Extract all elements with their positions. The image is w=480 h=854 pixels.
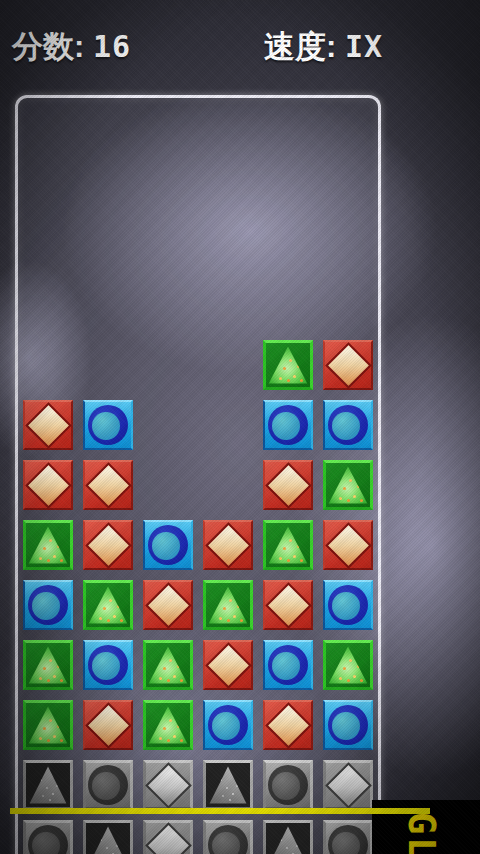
tile-red-diamond-r3c5[interactable] <box>323 520 373 570</box>
tile-blue-circle-r5c1[interactable] <box>83 640 133 690</box>
gray-circle-shape <box>208 825 248 854</box>
red-diamond-shape <box>25 402 72 449</box>
blue-circle-shape <box>88 405 128 445</box>
green-triangle-shape <box>267 345 309 385</box>
tile-gray-circle-r8c5 <box>323 820 373 854</box>
tile-green-triangle-r5c5[interactable] <box>323 640 373 690</box>
speed-display: 速度: IX <box>264 26 383 68</box>
score-value: 16 <box>93 29 131 64</box>
tile-green-triangle-r0c4[interactable] <box>263 340 313 390</box>
tile-gray-diamond-r8c2 <box>143 820 193 854</box>
red-diamond-shape <box>205 522 252 569</box>
red-diamond-shape <box>85 702 132 749</box>
red-diamond-shape <box>85 522 132 569</box>
tile-green-triangle-r4c1[interactable] <box>83 580 133 630</box>
blue-circle-shape <box>148 525 188 565</box>
tile-green-triangle-r3c0[interactable] <box>23 520 73 570</box>
tile-blue-circle-r3c2[interactable] <box>143 520 193 570</box>
blue-circle-shape <box>208 705 248 745</box>
blue-circle-shape <box>268 405 308 445</box>
tile-gray-triangle-r7c0 <box>23 760 73 810</box>
tile-blue-circle-r6c3[interactable] <box>203 700 253 750</box>
tile-gray-triangle-r7c3 <box>203 760 253 810</box>
tile-green-triangle-r3c4[interactable] <box>263 520 313 570</box>
green-triangle-shape <box>27 705 69 745</box>
speed-value: IX <box>345 29 383 64</box>
green-triangle-shape <box>147 645 189 685</box>
blue-circle-shape <box>328 705 368 745</box>
gray-diamond-shape <box>325 762 372 809</box>
gray-diamond-shape <box>145 822 192 854</box>
tile-green-triangle-r6c0[interactable] <box>23 700 73 750</box>
red-diamond-shape <box>205 642 252 689</box>
gray-triangle-shape <box>88 825 128 854</box>
tile-green-triangle-r5c2[interactable] <box>143 640 193 690</box>
tile-gray-circle-r8c0 <box>23 820 73 854</box>
tile-gray-diamond-r7c5 <box>323 760 373 810</box>
green-triangle-shape <box>147 705 189 745</box>
danger-line <box>10 808 430 814</box>
tile-red-diamond-r6c4[interactable] <box>263 700 313 750</box>
tile-green-triangle-r2c5[interactable] <box>323 460 373 510</box>
tile-blue-circle-r6c5[interactable] <box>323 700 373 750</box>
red-diamond-shape <box>265 462 312 509</box>
blue-circle-shape <box>328 585 368 625</box>
gray-circle-shape <box>268 765 308 805</box>
gray-circle-shape <box>88 765 128 805</box>
gray-diamond-shape <box>145 762 192 809</box>
green-triangle-shape <box>327 465 369 505</box>
tile-red-diamond-r2c4[interactable] <box>263 460 313 510</box>
green-triangle-shape <box>27 525 69 565</box>
tile-gray-circle-r7c4 <box>263 760 313 810</box>
red-diamond-shape <box>85 462 132 509</box>
tile-gray-triangle-r8c1 <box>83 820 133 854</box>
tile-red-diamond-r2c0[interactable] <box>23 460 73 510</box>
green-triangle-shape <box>327 645 369 685</box>
board-grid <box>18 335 378 854</box>
tile-red-diamond-r5c3[interactable] <box>203 640 253 690</box>
tile-red-diamond-r4c4[interactable] <box>263 580 313 630</box>
tile-red-diamond-r0c5[interactable] <box>323 340 373 390</box>
red-diamond-shape <box>265 702 312 749</box>
score-display: 分数: 16 <box>12 26 131 68</box>
blue-circle-shape <box>268 645 308 685</box>
gray-triangle-shape <box>208 765 248 805</box>
tile-red-diamond-r3c1[interactable] <box>83 520 133 570</box>
red-diamond-shape <box>265 582 312 629</box>
tile-green-triangle-r6c2[interactable] <box>143 700 193 750</box>
tile-green-triangle-r5c0[interactable] <box>23 640 73 690</box>
tile-blue-circle-r5c4[interactable] <box>263 640 313 690</box>
red-diamond-shape <box>325 522 372 569</box>
tile-blue-circle-r1c1[interactable] <box>83 400 133 450</box>
red-diamond-shape <box>25 462 72 509</box>
tile-blue-circle-r4c0[interactable] <box>23 580 73 630</box>
blue-circle-shape <box>328 405 368 445</box>
gray-circle-shape <box>328 825 368 854</box>
game-board[interactable] <box>15 95 381 854</box>
tile-red-diamond-r3c3[interactable] <box>203 520 253 570</box>
tile-green-triangle-r4c3[interactable] <box>203 580 253 630</box>
corner-label: GL <box>403 812 440 854</box>
gray-triangle-shape <box>28 765 68 805</box>
tile-blue-circle-r4c5[interactable] <box>323 580 373 630</box>
red-diamond-shape <box>325 342 372 389</box>
gray-circle-shape <box>28 825 68 854</box>
tile-gray-circle-r7c1 <box>83 760 133 810</box>
gray-triangle-shape <box>268 825 308 854</box>
tile-blue-circle-r1c4[interactable] <box>263 400 313 450</box>
tile-blue-circle-r1c5[interactable] <box>323 400 373 450</box>
red-diamond-shape <box>145 582 192 629</box>
green-triangle-shape <box>207 585 249 625</box>
tile-gray-circle-r8c3 <box>203 820 253 854</box>
tile-red-diamond-r1c0[interactable] <box>23 400 73 450</box>
blue-circle-shape <box>28 585 68 625</box>
green-triangle-shape <box>87 585 129 625</box>
score-label: 分数: <box>12 29 84 64</box>
speed-label: 速度: <box>264 29 336 64</box>
tile-gray-diamond-r7c2 <box>143 760 193 810</box>
blue-circle-shape <box>88 645 128 685</box>
green-triangle-shape <box>27 645 69 685</box>
tile-red-diamond-r4c2[interactable] <box>143 580 193 630</box>
tile-gray-triangle-r8c4 <box>263 820 313 854</box>
tile-red-diamond-r6c1[interactable] <box>83 700 133 750</box>
green-triangle-shape <box>267 525 309 565</box>
tile-red-diamond-r2c1[interactable] <box>83 460 133 510</box>
